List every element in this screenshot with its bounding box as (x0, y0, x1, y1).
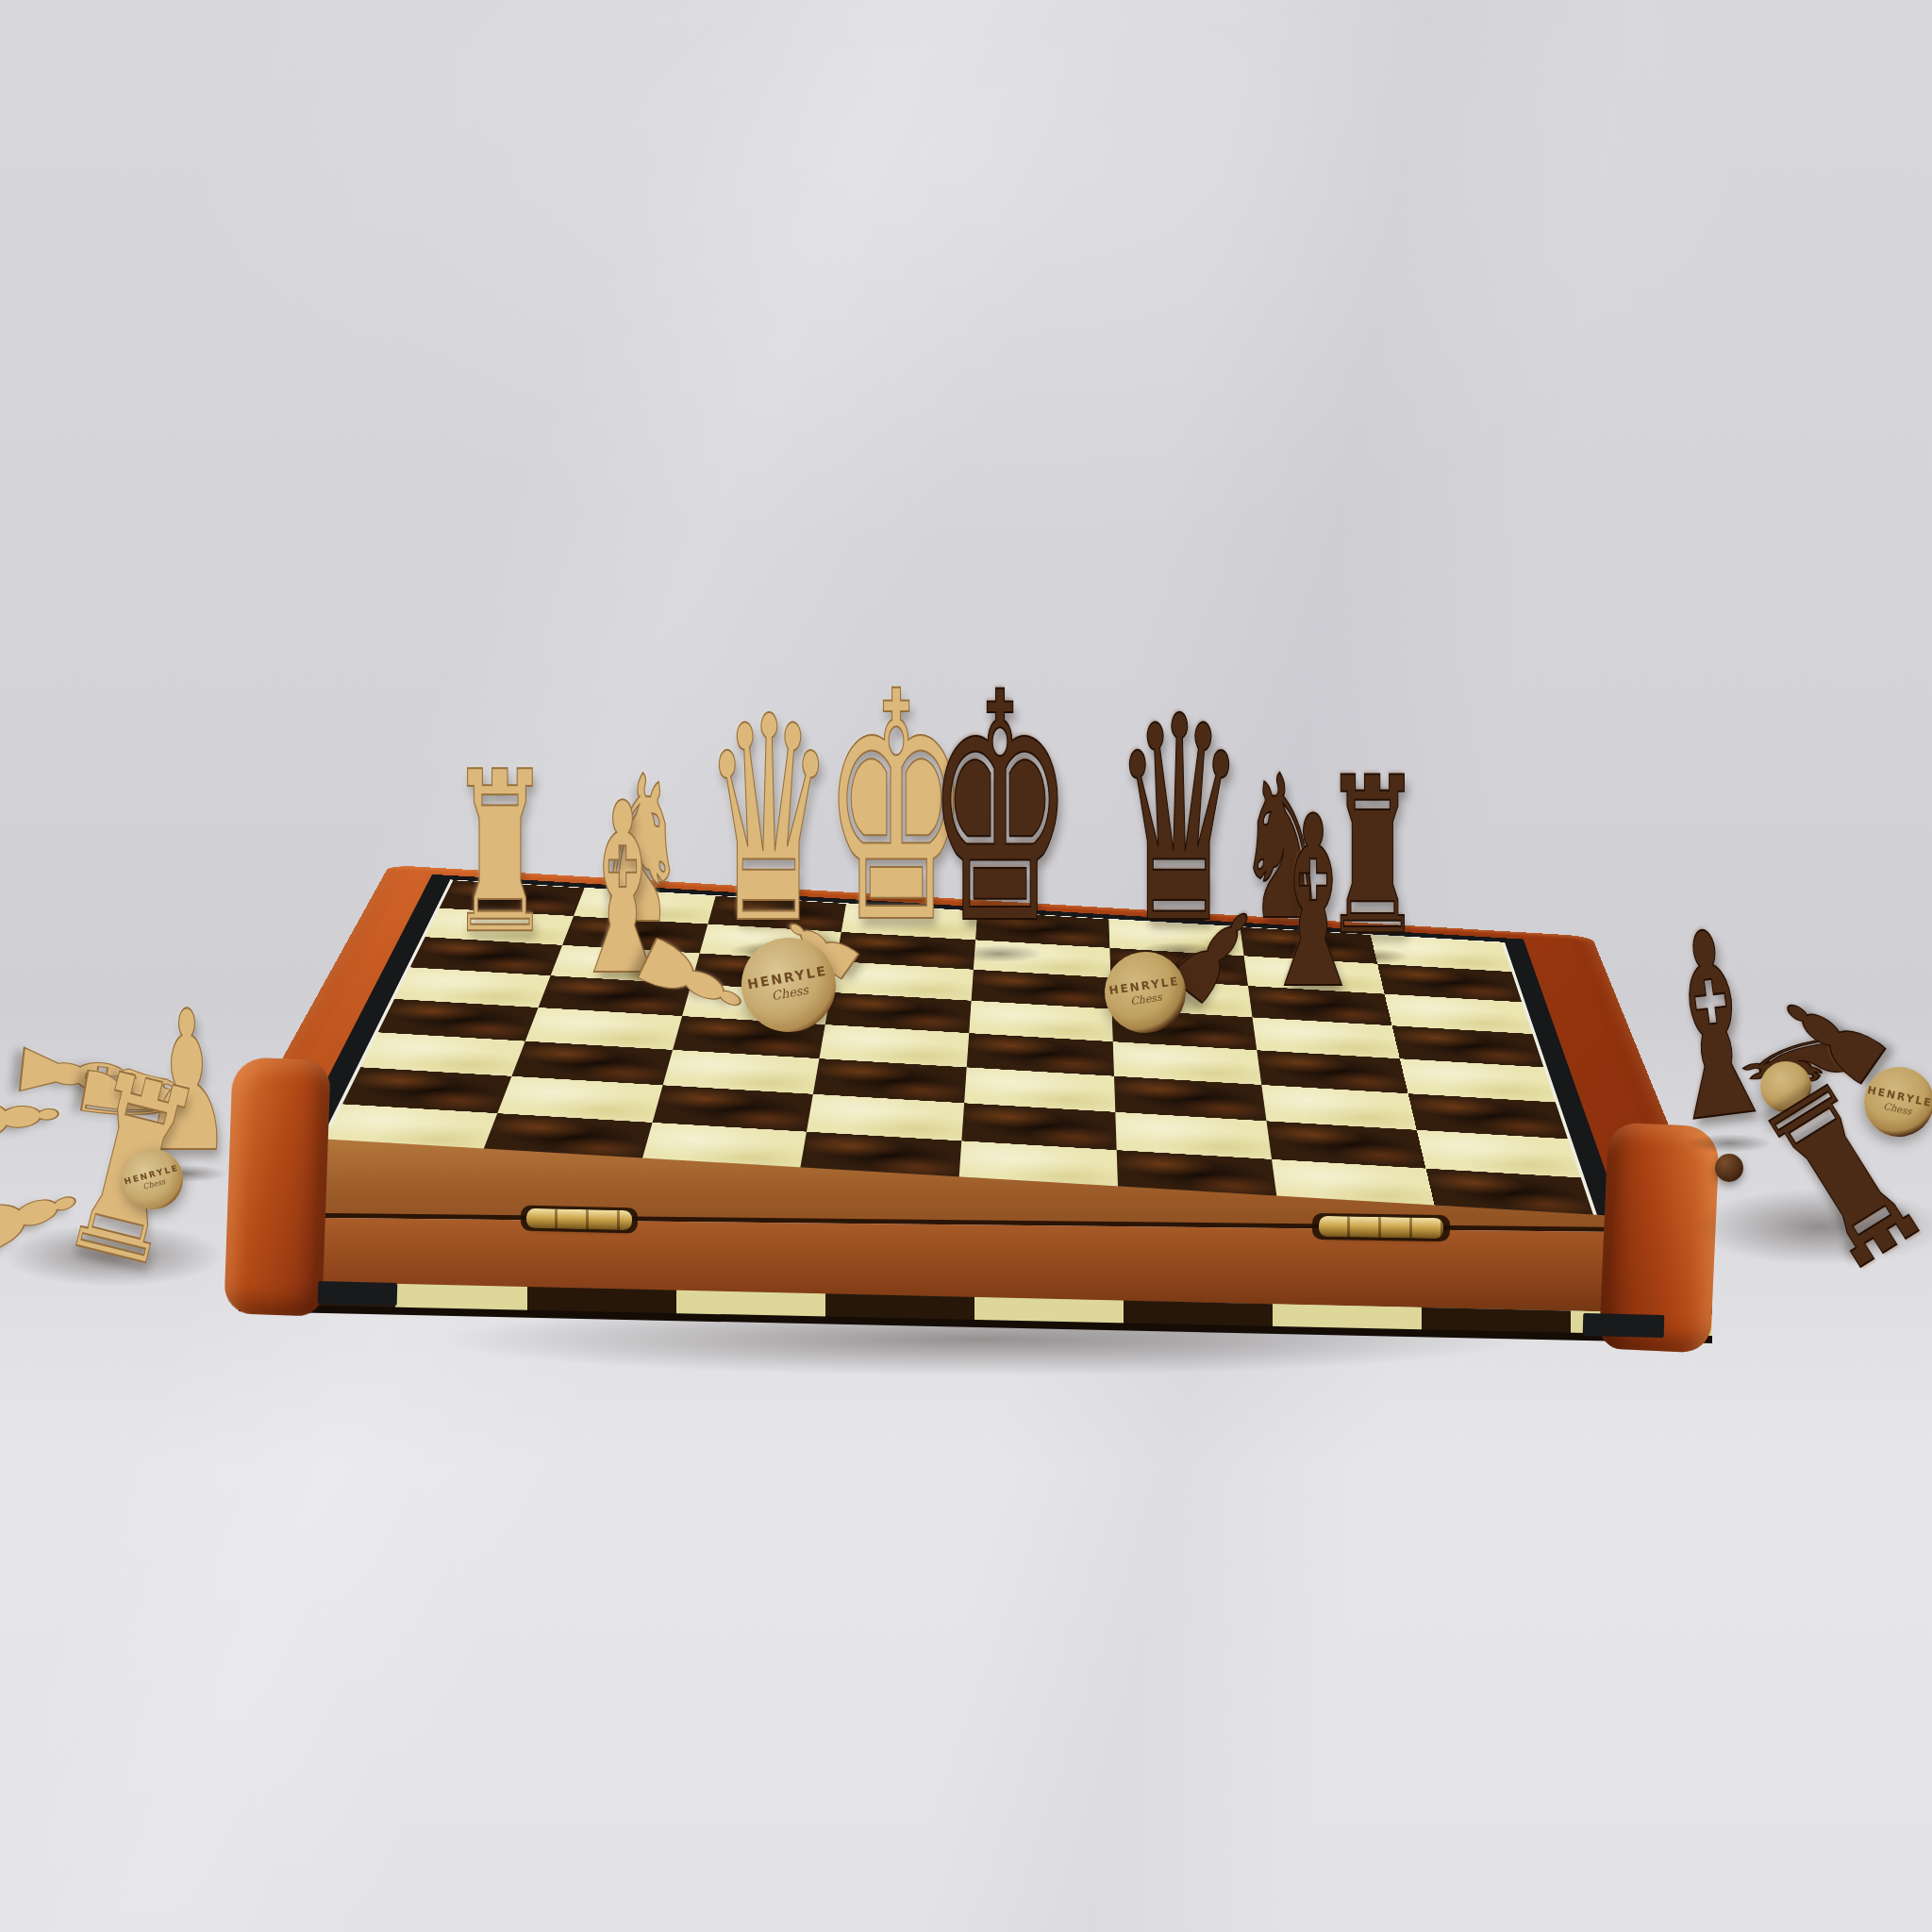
corner-guard-right (1583, 1313, 1665, 1338)
studio-scene: ♞♞♜♛♚♚♜♝♝♟♛♟♟♝♞♟♟♟♜♞♟♝♜HENRYLEChessHENRY… (0, 0, 1932, 1932)
corner-guard-left (318, 1281, 398, 1306)
white-rook-standing: ♜ (448, 742, 552, 964)
brass-hinge-left (526, 1208, 632, 1231)
black-king-standing: ♚ (926, 652, 1074, 968)
brass-hinge-right (1319, 1216, 1443, 1239)
